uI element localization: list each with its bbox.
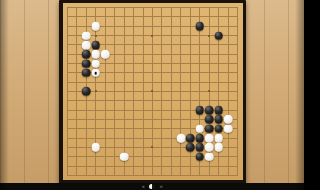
intersection[interactable] [195,152,204,161]
intersection[interactable] [119,3,128,12]
intersection[interactable] [157,161,166,170]
intersection[interactable] [119,12,128,21]
intersection[interactable] [110,31,119,40]
intersection[interactable] [157,50,166,59]
intersection[interactable] [224,40,233,49]
intersection[interactable] [214,3,223,12]
intersection[interactable] [157,78,166,87]
intersection[interactable] [186,152,195,161]
intersection[interactable] [100,31,109,40]
intersection[interactable] [72,115,81,124]
intersection[interactable] [176,3,185,12]
intersection[interactable] [119,31,128,40]
intersection[interactable] [91,143,100,152]
intersection[interactable] [186,22,195,31]
intersection[interactable] [148,171,157,180]
intersection[interactable] [186,124,195,133]
intersection[interactable] [110,124,119,133]
intersection[interactable] [214,87,223,96]
intersection[interactable] [81,78,90,87]
intersection[interactable] [100,59,109,68]
intersection[interactable] [119,78,128,87]
intersection[interactable] [81,143,90,152]
intersection[interactable] [205,115,214,124]
intersection[interactable] [91,161,100,170]
next-move-button[interactable]: ›› [160,184,162,189]
intersection[interactable] [72,171,81,180]
intersection[interactable] [119,143,128,152]
intersection[interactable] [63,87,72,96]
intersection[interactable] [214,68,223,77]
intersection[interactable] [224,22,233,31]
intersection[interactable] [148,161,157,170]
intersection[interactable] [176,22,185,31]
intersection[interactable] [233,22,242,31]
intersection[interactable] [167,50,176,59]
intersection[interactable] [63,171,72,180]
intersection[interactable] [110,12,119,21]
intersection[interactable] [157,22,166,31]
intersection[interactable] [186,50,195,59]
intersection[interactable] [195,78,204,87]
intersection[interactable] [233,161,242,170]
intersection[interactable] [148,22,157,31]
intersection[interactable] [138,133,147,142]
intersection[interactable] [233,105,242,114]
intersection[interactable] [167,105,176,114]
intersection[interactable] [214,143,223,152]
intersection[interactable] [167,68,176,77]
intersection[interactable] [91,171,100,180]
intersection[interactable] [205,68,214,77]
intersection[interactable] [119,87,128,96]
intersection[interactable] [186,87,195,96]
intersection[interactable] [63,78,72,87]
intersection[interactable] [100,50,109,59]
intersection[interactable] [119,115,128,124]
intersection[interactable] [167,152,176,161]
intersection[interactable] [91,115,100,124]
intersection[interactable] [91,124,100,133]
intersection[interactable] [81,3,90,12]
intersection[interactable] [129,143,138,152]
intersection[interactable] [205,96,214,105]
intersection[interactable] [224,78,233,87]
intersection[interactable] [176,87,185,96]
intersection[interactable] [195,124,204,133]
intersection[interactable] [110,50,119,59]
intersection[interactable] [91,68,100,77]
intersection[interactable] [100,87,109,96]
intersection[interactable] [72,12,81,21]
intersection[interactable] [91,59,100,68]
intersection[interactable] [129,96,138,105]
intersection[interactable] [63,22,72,31]
intersection[interactable] [129,87,138,96]
intersection[interactable] [129,105,138,114]
intersection[interactable] [233,143,242,152]
intersection[interactable] [63,40,72,49]
intersection[interactable] [129,78,138,87]
intersection[interactable] [110,59,119,68]
intersection[interactable] [72,68,81,77]
intersection[interactable] [148,31,157,40]
intersection[interactable] [72,59,81,68]
intersection[interactable] [176,161,185,170]
intersection[interactable] [224,50,233,59]
intersection[interactable] [81,152,90,161]
intersection[interactable] [72,22,81,31]
intersection[interactable] [119,124,128,133]
intersection[interactable] [129,22,138,31]
intersection[interactable] [176,143,185,152]
intersection[interactable] [195,50,204,59]
intersection[interactable] [176,68,185,77]
intersection[interactable] [138,96,147,105]
intersection[interactable] [148,87,157,96]
intersection[interactable] [119,171,128,180]
intersection[interactable] [233,115,242,124]
intersection[interactable] [81,22,90,31]
intersection[interactable] [157,31,166,40]
intersection[interactable] [81,68,90,77]
intersection[interactable] [63,59,72,68]
intersection[interactable] [119,105,128,114]
intersection[interactable] [205,59,214,68]
intersection[interactable] [157,105,166,114]
intersection[interactable] [148,50,157,59]
intersection[interactable] [110,40,119,49]
intersection[interactable] [224,12,233,21]
intersection[interactable] [119,133,128,142]
intersection[interactable] [110,133,119,142]
intersection[interactable] [129,12,138,21]
intersection[interactable] [138,87,147,96]
intersection[interactable] [195,161,204,170]
intersection[interactable] [91,152,100,161]
intersection[interactable] [91,78,100,87]
intersection[interactable] [63,68,72,77]
intersection[interactable] [224,171,233,180]
intersection[interactable] [176,105,185,114]
intersection[interactable] [233,50,242,59]
intersection[interactable] [167,22,176,31]
intersection[interactable] [72,161,81,170]
intersection[interactable] [176,152,185,161]
intersection[interactable] [81,161,90,170]
intersection[interactable] [195,87,204,96]
intersection[interactable] [110,22,119,31]
intersection[interactable] [110,87,119,96]
intersection[interactable] [138,22,147,31]
intersection[interactable] [148,3,157,12]
intersection[interactable] [138,68,147,77]
intersection[interactable] [63,152,72,161]
intersection[interactable] [214,171,223,180]
intersection[interactable] [148,40,157,49]
intersection[interactable] [138,124,147,133]
intersection[interactable] [195,115,204,124]
intersection[interactable] [176,50,185,59]
intersection[interactable] [195,143,204,152]
intersection[interactable] [224,143,233,152]
intersection[interactable] [81,59,90,68]
intersection[interactable] [138,161,147,170]
intersection[interactable] [167,31,176,40]
intersection[interactable] [72,3,81,12]
intersection[interactable] [186,68,195,77]
intersection[interactable] [110,78,119,87]
intersection[interactable] [167,96,176,105]
intersection[interactable] [138,152,147,161]
intersection[interactable] [119,50,128,59]
intersection[interactable] [224,105,233,114]
intersection[interactable] [214,40,223,49]
intersection[interactable] [214,59,223,68]
intersection[interactable] [214,105,223,114]
intersection[interactable] [186,31,195,40]
intersection[interactable] [100,3,109,12]
intersection[interactable] [110,161,119,170]
intersection[interactable] [233,12,242,21]
intersection[interactable] [81,87,90,96]
intersection[interactable] [214,115,223,124]
intersection[interactable] [129,50,138,59]
intersection[interactable] [167,161,176,170]
intersection[interactable] [176,133,185,142]
intersection[interactable] [81,115,90,124]
intersection[interactable] [148,78,157,87]
intersection[interactable] [119,68,128,77]
intersection[interactable] [233,3,242,12]
intersection[interactable] [205,40,214,49]
intersection[interactable] [224,152,233,161]
intersection[interactable] [205,171,214,180]
intersection[interactable] [214,161,223,170]
intersection[interactable] [138,171,147,180]
intersection[interactable] [63,143,72,152]
intersection[interactable] [167,87,176,96]
intersection[interactable] [186,78,195,87]
intersection[interactable] [100,12,109,21]
intersection[interactable] [100,143,109,152]
intersection[interactable] [195,68,204,77]
intersection[interactable] [205,31,214,40]
intersection[interactable] [81,96,90,105]
intersection[interactable] [63,133,72,142]
intersection[interactable] [176,115,185,124]
intersection[interactable] [91,87,100,96]
intersection[interactable] [224,87,233,96]
intersection[interactable] [195,40,204,49]
intersection[interactable] [138,3,147,12]
intersection[interactable] [205,50,214,59]
intersection[interactable] [186,133,195,142]
intersection[interactable] [233,40,242,49]
intersection[interactable] [81,12,90,21]
intersection[interactable] [195,59,204,68]
intersection[interactable] [186,171,195,180]
intersection[interactable] [129,31,138,40]
intersection[interactable] [72,105,81,114]
intersection[interactable] [157,59,166,68]
intersection[interactable] [100,115,109,124]
intersection[interactable] [72,87,81,96]
intersection[interactable] [63,50,72,59]
intersection[interactable] [233,152,242,161]
intersection[interactable] [138,40,147,49]
intersection[interactable] [176,78,185,87]
intersection[interactable] [129,152,138,161]
intersection[interactable] [148,115,157,124]
intersection[interactable] [100,105,109,114]
intersection[interactable] [214,31,223,40]
intersection[interactable] [205,105,214,114]
intersection[interactable] [119,40,128,49]
intersection[interactable] [119,96,128,105]
intersection[interactable] [129,124,138,133]
intersection[interactable] [157,171,166,180]
intersection[interactable] [148,12,157,21]
intersection[interactable] [138,12,147,21]
intersection[interactable] [205,3,214,12]
intersection[interactable] [205,143,214,152]
intersection[interactable] [110,68,119,77]
intersection[interactable] [233,68,242,77]
intersection[interactable] [195,133,204,142]
intersection[interactable] [91,96,100,105]
intersection[interactable] [72,133,81,142]
intersection[interactable] [195,12,204,21]
intersection[interactable] [186,12,195,21]
intersection[interactable] [100,152,109,161]
intersection[interactable] [233,96,242,105]
intersection[interactable] [214,12,223,21]
intersection[interactable] [72,78,81,87]
intersection[interactable] [224,96,233,105]
intersection[interactable] [110,3,119,12]
intersection[interactable] [100,96,109,105]
intersection[interactable] [81,31,90,40]
intersection[interactable] [224,115,233,124]
intersection[interactable] [224,161,233,170]
intersection[interactable] [138,31,147,40]
intersection[interactable] [233,31,242,40]
intersection[interactable] [186,40,195,49]
intersection[interactable] [100,68,109,77]
intersection[interactable] [91,133,100,142]
intersection[interactable] [167,115,176,124]
intersection[interactable] [214,78,223,87]
intersection[interactable] [138,143,147,152]
intersection[interactable] [129,3,138,12]
intersection[interactable] [81,50,90,59]
intersection[interactable] [186,3,195,12]
intersection[interactable] [167,59,176,68]
intersection[interactable] [72,40,81,49]
intersection[interactable] [148,59,157,68]
intersection[interactable] [214,133,223,142]
intersection[interactable] [63,115,72,124]
intersection[interactable] [176,96,185,105]
intersection[interactable] [91,105,100,114]
intersection[interactable] [186,59,195,68]
intersection[interactable] [138,78,147,87]
intersection[interactable] [167,133,176,142]
intersection[interactable] [157,40,166,49]
intersection[interactable] [233,124,242,133]
intersection[interactable] [195,3,204,12]
intersection[interactable] [148,133,157,142]
intersection[interactable] [214,124,223,133]
intersection[interactable] [138,105,147,114]
intersection[interactable] [176,12,185,21]
intersection[interactable] [233,59,242,68]
intersection[interactable] [224,31,233,40]
intersection[interactable] [157,152,166,161]
intersection[interactable] [91,40,100,49]
intersection[interactable] [157,12,166,21]
intersection[interactable] [157,68,166,77]
prev-move-button[interactable]: ‹‹ [142,184,144,189]
intersection[interactable] [186,105,195,114]
intersection[interactable] [100,133,109,142]
intersection[interactable] [224,59,233,68]
intersection[interactable] [148,143,157,152]
intersection[interactable] [91,3,100,12]
intersection[interactable] [100,171,109,180]
intersection[interactable] [119,152,128,161]
intersection[interactable] [157,87,166,96]
intersection[interactable] [167,3,176,12]
intersection[interactable] [63,96,72,105]
intersection[interactable] [167,40,176,49]
intersection[interactable] [205,161,214,170]
intersection[interactable] [167,78,176,87]
intersection[interactable] [205,87,214,96]
intersection[interactable] [148,152,157,161]
intersection[interactable] [224,3,233,12]
intersection[interactable] [233,87,242,96]
intersection[interactable] [72,50,81,59]
intersection[interactable] [129,59,138,68]
intersection[interactable] [72,124,81,133]
intersection[interactable] [205,78,214,87]
intersection[interactable] [63,161,72,170]
intersection[interactable] [100,22,109,31]
intersection[interactable] [214,96,223,105]
intersection[interactable] [157,96,166,105]
intersection[interactable] [129,115,138,124]
intersection[interactable] [138,50,147,59]
intersection[interactable] [214,22,223,31]
intersection[interactable] [157,3,166,12]
intersection[interactable] [63,31,72,40]
intersection[interactable] [224,68,233,77]
intersection[interactable] [110,152,119,161]
intersection[interactable] [138,59,147,68]
intersection[interactable] [176,59,185,68]
intersection[interactable] [100,78,109,87]
intersection[interactable] [224,133,233,142]
intersection[interactable] [110,143,119,152]
intersection[interactable] [72,152,81,161]
intersection[interactable] [129,68,138,77]
intersection[interactable] [129,133,138,142]
intersection[interactable] [119,22,128,31]
intersection[interactable] [233,78,242,87]
goban-grid[interactable] [63,3,243,180]
